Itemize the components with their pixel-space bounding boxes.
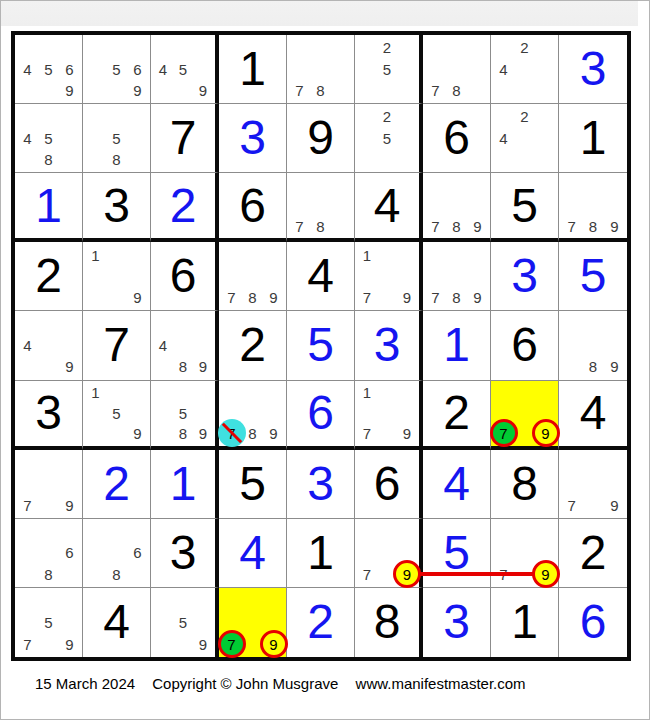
empty-slot — [467, 80, 488, 101]
empty-slot — [85, 149, 106, 170]
pencil-marks: 458 — [17, 106, 80, 170]
empty-slot — [59, 452, 80, 473]
empty-slot — [377, 287, 397, 308]
cell-r3c5[interactable]: 78 — [287, 173, 355, 242]
solved-digit: 4 — [443, 460, 470, 508]
candidate-slot-9: 9 — [397, 564, 417, 585]
empty-slot — [535, 106, 556, 127]
candidate-5: 5 — [106, 127, 127, 148]
empty-slot — [493, 37, 514, 58]
solved-digit: 5 — [307, 321, 334, 369]
empty-slot — [357, 37, 377, 58]
empty-slot — [514, 80, 535, 101]
empty-slot — [467, 244, 488, 265]
empty-slot — [38, 313, 59, 334]
cell-r8c6[interactable]: 79 — [355, 519, 423, 588]
cell-r1c3[interactable]: 459 — [151, 35, 219, 104]
cell-r7c6[interactable]: 6 — [355, 450, 423, 519]
cell-r6c7[interactable]: 2 — [423, 381, 491, 450]
candidate-4: 4 — [17, 335, 38, 356]
empty-slot — [173, 80, 193, 101]
empty-slot — [397, 37, 417, 58]
footer-website[interactable]: www.manifestmaster.com — [356, 675, 526, 692]
cell-r5c1[interactable]: 49 — [15, 311, 83, 380]
empty-slot — [173, 313, 193, 334]
empty-slot — [397, 149, 417, 170]
candidate-1: 1 — [85, 383, 106, 403]
candidate-8: 8 — [106, 149, 127, 170]
cell-r9c8[interactable]: 1 — [491, 588, 559, 657]
cell-r2c6[interactable]: 25 — [355, 104, 423, 173]
empty-slot — [38, 335, 59, 356]
empty-slot — [85, 287, 106, 308]
cell-r3c1[interactable]: 1 — [15, 173, 83, 242]
empty-slot — [106, 266, 127, 287]
empty-slot — [173, 590, 193, 612]
empty-slot — [106, 37, 127, 58]
cell-r9c5[interactable]: 2 — [287, 588, 355, 657]
cell-r8c4[interactable]: 4 — [219, 519, 287, 588]
empty-slot — [357, 521, 377, 542]
empty-slot — [221, 383, 242, 403]
empty-slot — [604, 335, 625, 356]
candidate-7: 7 — [561, 216, 582, 236]
cell-r1c7[interactable]: 78 — [423, 35, 491, 104]
empty-slot — [377, 149, 397, 170]
cell-r6c3[interactable]: 589 — [151, 381, 219, 450]
cell-r1c8[interactable]: 24 — [491, 35, 559, 104]
candidate-7: 7 — [425, 216, 446, 236]
empty-slot — [604, 196, 625, 216]
pencil-marks: 78 — [425, 37, 488, 101]
given-digit: 6 — [170, 252, 197, 300]
empty-slot — [173, 383, 193, 403]
cell-r7c7[interactable]: 4 — [423, 450, 491, 519]
candidate-1: 1 — [85, 244, 106, 265]
given-digit: 1 — [511, 598, 538, 646]
empty-slot — [17, 473, 38, 494]
empty-slot — [153, 356, 173, 377]
pencil-marks: 78 — [289, 175, 352, 236]
candidate-slot-9: 9 — [263, 633, 284, 655]
empty-slot — [604, 452, 625, 473]
empty-slot — [514, 521, 535, 542]
solved-digit: 4 — [239, 529, 266, 577]
cell-r8c7[interactable]: 5 — [423, 519, 491, 588]
empty-slot — [193, 383, 213, 403]
empty-slot — [85, 564, 106, 585]
empty-slot — [310, 37, 331, 58]
cell-r7c1[interactable]: 79 — [15, 450, 83, 519]
cell-r5c5[interactable]: 5 — [287, 311, 355, 380]
cell-r2c1[interactable]: 458 — [15, 104, 83, 173]
pencil-marks: 89 — [561, 313, 625, 377]
empty-slot — [38, 356, 59, 377]
empty-slot — [127, 403, 148, 423]
candidate-9: 9 — [263, 423, 284, 443]
empty-slot — [127, 244, 148, 265]
empty-slot — [59, 127, 80, 148]
empty-slot — [535, 80, 556, 101]
empty-slot — [582, 494, 603, 515]
empty-slot — [289, 175, 310, 195]
empty-slot — [127, 266, 148, 287]
pencil-marks: 789 — [221, 244, 284, 308]
given-digit: 3 — [35, 389, 62, 437]
cell-r5c9[interactable]: 89 — [559, 311, 627, 380]
empty-slot — [17, 590, 38, 612]
empty-slot — [377, 521, 397, 542]
candidate-4: 4 — [493, 127, 514, 148]
given-digit: 8 — [511, 460, 538, 508]
cell-r3c3[interactable]: 2 — [151, 173, 219, 242]
empty-slot — [17, 564, 38, 585]
cell-r8c2[interactable]: 68 — [83, 519, 151, 588]
cell-r3c9[interactable]: 789 — [559, 173, 627, 242]
yellow-circle-candidate-9: 9 — [393, 560, 421, 588]
empty-slot — [153, 403, 173, 423]
empty-slot — [561, 356, 582, 377]
empty-slot — [59, 564, 80, 585]
cell-r5c6[interactable]: 3 — [355, 311, 423, 380]
empty-slot — [38, 633, 59, 655]
empty-slot — [514, 383, 535, 403]
empty-slot — [242, 383, 263, 403]
candidate-9: 9 — [467, 216, 488, 236]
empty-slot — [59, 335, 80, 356]
empty-slot — [604, 473, 625, 494]
empty-slot — [17, 313, 38, 334]
cell-r4c4[interactable]: 789 — [219, 242, 287, 311]
empty-slot — [582, 452, 603, 473]
empty-slot — [535, 58, 556, 79]
given-digit: 5 — [511, 182, 538, 230]
candidate-7: 7 — [425, 287, 446, 308]
empty-slot — [582, 335, 603, 356]
cell-r3c7[interactable]: 789 — [423, 173, 491, 242]
empty-slot — [59, 612, 80, 634]
green-circle-candidate-7: 7 — [490, 419, 518, 447]
candidate-9: 9 — [127, 287, 148, 308]
empty-slot — [377, 403, 397, 423]
empty-slot — [242, 266, 263, 287]
empty-slot — [153, 37, 173, 58]
given-digit: 2 — [443, 389, 470, 437]
empty-slot — [85, 127, 106, 148]
empty-slot — [357, 58, 377, 79]
candidate-7: 7 — [17, 494, 38, 515]
cell-r4c3[interactable]: 6 — [151, 242, 219, 311]
candidate-2: 2 — [514, 106, 535, 127]
cell-r5c8[interactable]: 6 — [491, 311, 559, 380]
cell-r7c4[interactable]: 5 — [219, 450, 287, 519]
cell-r9c4[interactable]: 79 — [219, 588, 287, 657]
solved-digit: 2 — [103, 460, 130, 508]
empty-slot — [535, 383, 556, 403]
cell-r4c9[interactable]: 5 — [559, 242, 627, 311]
empty-slot — [17, 612, 38, 634]
candidate-7: 7 — [289, 216, 310, 236]
candidate-8: 8 — [310, 216, 331, 236]
cell-r4c7[interactable]: 789 — [423, 242, 491, 311]
empty-slot — [446, 175, 467, 195]
cell-r8c9[interactable]: 2 — [559, 519, 627, 588]
cell-r2c8[interactable]: 24 — [491, 104, 559, 173]
empty-slot — [493, 383, 514, 403]
pencil-marks: 579 — [17, 590, 80, 655]
cell-r7c9[interactable]: 79 — [559, 450, 627, 519]
empty-slot — [38, 37, 59, 58]
cell-r2c3[interactable]: 7 — [151, 104, 219, 173]
empty-slot — [331, 80, 352, 101]
cell-r5c4[interactable]: 2 — [219, 311, 287, 380]
candidate-8: 8 — [582, 216, 603, 236]
candidate-5: 5 — [377, 127, 397, 148]
pencil-marks: 789 — [425, 175, 488, 236]
empty-slot — [397, 403, 417, 423]
pencil-marks: 789 — [561, 175, 625, 236]
candidate-5: 5 — [106, 403, 127, 423]
empty-slot — [193, 37, 213, 58]
footer-copyright: Copyright © John Musgrave — [152, 675, 338, 692]
empty-slot — [85, 403, 106, 423]
cell-r9c6[interactable]: 8 — [355, 588, 423, 657]
cell-r6c6[interactable]: 179 — [355, 381, 423, 450]
cell-r8c3[interactable]: 3 — [151, 519, 219, 588]
empty-slot — [38, 542, 59, 563]
candidate-4: 4 — [17, 58, 38, 79]
solved-digit: 3 — [580, 45, 607, 93]
candidate-7: 7 — [221, 287, 242, 308]
cell-r2c5[interactable]: 9 — [287, 104, 355, 173]
cell-r4c6[interactable]: 179 — [355, 242, 423, 311]
solved-digit: 3 — [239, 114, 266, 162]
cell-r9c3[interactable]: 59 — [151, 588, 219, 657]
empty-slot — [221, 590, 242, 612]
empty-slot — [127, 383, 148, 403]
candidate-8: 8 — [310, 80, 331, 101]
empty-slot — [377, 383, 397, 403]
empty-slot — [153, 633, 173, 655]
pencil-marks: 25 — [357, 37, 417, 101]
empty-slot — [59, 106, 80, 127]
cell-r7c5[interactable]: 3 — [287, 450, 355, 519]
given-digit: 2 — [580, 529, 607, 577]
cell-r9c2[interactable]: 4 — [83, 588, 151, 657]
cell-r9c9[interactable]: 6 — [559, 588, 627, 657]
cell-r8c5[interactable]: 1 — [287, 519, 355, 588]
empty-slot — [397, 244, 417, 265]
cell-r6c8[interactable]: 79 — [491, 381, 559, 450]
cell-r4c5[interactable]: 4 — [287, 242, 355, 311]
candidate-slot-7: 7 — [221, 423, 242, 443]
empty-slot — [85, 266, 106, 287]
candidate-8: 8 — [582, 356, 603, 377]
cell-r6c4[interactable]: 789 — [219, 381, 287, 450]
empty-slot — [85, 521, 106, 542]
given-digit: 6 — [443, 114, 470, 162]
pencil-marks: 79 — [357, 521, 417, 585]
cell-r8c1[interactable]: 68 — [15, 519, 83, 588]
empty-slot — [514, 542, 535, 563]
candidate-9: 9 — [59, 356, 80, 377]
candidate-9: 9 — [193, 356, 213, 377]
empty-slot — [193, 58, 213, 79]
empty-slot — [153, 313, 173, 334]
cell-r5c2[interactable]: 7 — [83, 311, 151, 380]
empty-slot — [357, 266, 377, 287]
given-digit: 2 — [239, 321, 266, 369]
empty-slot — [310, 175, 331, 195]
cell-r9c7[interactable]: 3 — [423, 588, 491, 657]
empty-slot — [535, 127, 556, 148]
empty-slot — [331, 196, 352, 216]
cell-r3c2[interactable]: 3 — [83, 173, 151, 242]
empty-slot — [377, 80, 397, 101]
cell-r2c2[interactable]: 58 — [83, 104, 151, 173]
cell-r2c7[interactable]: 6 — [423, 104, 491, 173]
cell-r6c2[interactable]: 159 — [83, 381, 151, 450]
empty-slot — [242, 612, 263, 634]
candidate-1: 1 — [357, 383, 377, 403]
empty-slot — [582, 196, 603, 216]
candidate-1: 1 — [357, 244, 377, 265]
given-digit: 9 — [307, 114, 334, 162]
empty-slot — [561, 196, 582, 216]
cell-r1c9[interactable]: 3 — [559, 35, 627, 104]
pencil-marks: 489 — [153, 313, 213, 377]
window-toolbar — [1, 1, 638, 26]
empty-slot — [493, 521, 514, 542]
solved-digit: 2 — [170, 182, 197, 230]
empty-slot — [17, 80, 38, 101]
empty-slot — [173, 335, 193, 356]
empty-slot — [535, 521, 556, 542]
cell-r1c5[interactable]: 78 — [287, 35, 355, 104]
candidate-6: 6 — [127, 58, 148, 79]
given-digit: 7 — [103, 321, 130, 369]
empty-slot — [17, 356, 38, 377]
footer: 15 March 2024 Copyright © John Musgrave … — [35, 675, 539, 692]
empty-slot — [425, 266, 446, 287]
candidate-9: 9 — [604, 356, 625, 377]
empty-slot — [582, 175, 603, 195]
empty-slot — [59, 590, 80, 612]
empty-slot — [193, 612, 213, 634]
cell-r7c3[interactable]: 1 — [151, 450, 219, 519]
empty-slot — [604, 175, 625, 195]
cell-r1c4[interactable]: 1 — [219, 35, 287, 104]
empty-slot — [59, 149, 80, 170]
empty-slot — [38, 473, 59, 494]
cell-r9c1[interactable]: 579 — [15, 588, 83, 657]
cell-r6c9[interactable]: 4 — [559, 381, 627, 450]
candidate-7: 7 — [17, 633, 38, 655]
empty-slot — [493, 106, 514, 127]
cell-r3c6[interactable]: 4 — [355, 173, 423, 242]
cell-r4c2[interactable]: 19 — [83, 242, 151, 311]
empty-slot — [127, 521, 148, 542]
cell-r8c8[interactable]: 79 — [491, 519, 559, 588]
candidate-5: 5 — [173, 58, 193, 79]
candidate-4: 4 — [17, 127, 38, 148]
empty-slot — [446, 196, 467, 216]
empty-slot — [38, 106, 59, 127]
candidate-5: 5 — [38, 58, 59, 79]
candidate-8: 8 — [38, 564, 59, 585]
empty-slot — [604, 313, 625, 334]
cell-r5c3[interactable]: 489 — [151, 311, 219, 380]
cell-r6c1[interactable]: 3 — [15, 381, 83, 450]
candidate-9: 9 — [59, 633, 80, 655]
candidate-slot-9: 9 — [535, 423, 556, 443]
cyan-strike-candidate-7: 7 — [218, 419, 246, 447]
empty-slot — [561, 473, 582, 494]
cell-r3c8[interactable]: 5 — [491, 173, 559, 242]
candidate-7: 7 — [561, 494, 582, 515]
empty-slot — [193, 313, 213, 334]
pencil-marks: 159 — [85, 383, 148, 444]
solved-digit: 5 — [580, 252, 607, 300]
cell-r4c1[interactable]: 2 — [15, 242, 83, 311]
cell-r1c1[interactable]: 4569 — [15, 35, 83, 104]
empty-slot — [127, 564, 148, 585]
cell-r1c2[interactable]: 569 — [83, 35, 151, 104]
empty-slot — [446, 37, 467, 58]
empty-slot — [263, 244, 284, 265]
candidate-7: 7 — [425, 80, 446, 101]
cell-r7c2[interactable]: 2 — [83, 450, 151, 519]
solved-digit: 3 — [511, 252, 538, 300]
given-digit: 8 — [374, 598, 401, 646]
empty-slot — [467, 196, 488, 216]
cell-r4c8[interactable]: 3 — [491, 242, 559, 311]
candidate-8: 8 — [106, 564, 127, 585]
empty-slot — [17, 452, 38, 473]
cell-r3c4[interactable]: 6 — [219, 173, 287, 242]
empty-slot — [106, 80, 127, 101]
empty-slot — [561, 175, 582, 195]
cell-r2c9[interactable]: 1 — [559, 104, 627, 173]
empty-slot — [38, 80, 59, 101]
empty-slot — [357, 80, 377, 101]
cell-r1c6[interactable]: 25 — [355, 35, 423, 104]
given-digit: 3 — [103, 182, 130, 230]
empty-slot — [397, 521, 417, 542]
empty-slot — [331, 37, 352, 58]
candidate-7: 7 — [357, 287, 377, 308]
solved-digit: 1 — [443, 321, 470, 369]
empty-slot — [17, 37, 38, 58]
empty-slot — [127, 37, 148, 58]
pencil-marks: 4569 — [17, 37, 80, 101]
given-digit: 6 — [374, 460, 401, 508]
pencil-marks: 79 — [221, 590, 284, 655]
cell-r6c5[interactable]: 6 — [287, 381, 355, 450]
candidate-6: 6 — [127, 542, 148, 563]
candidate-8: 8 — [446, 80, 467, 101]
candidate-2: 2 — [377, 37, 397, 58]
empty-slot — [59, 473, 80, 494]
candidate-9: 9 — [397, 423, 417, 443]
cell-r7c8[interactable]: 8 — [491, 450, 559, 519]
empty-slot — [221, 266, 242, 287]
cell-r5c7[interactable]: 1 — [423, 311, 491, 380]
solved-digit: 3 — [443, 598, 470, 646]
cell-r2c4[interactable]: 3 — [219, 104, 287, 173]
sudoku-board: 4569569459178257824345858739256241132678… — [11, 31, 631, 661]
candidate-7: 7 — [357, 564, 377, 585]
